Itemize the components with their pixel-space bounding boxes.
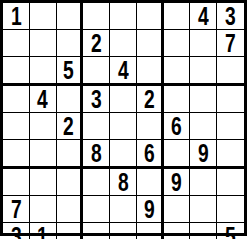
cell-r9c6[interactable] [137,223,164,239]
cell-r1c5[interactable] [110,3,137,30]
cell-r1c7[interactable] [164,3,191,30]
cell-r7c5[interactable]: 8 [110,169,137,196]
cell-r9c1[interactable]: 3 [3,223,30,239]
cell-r3c3[interactable]: 5 [57,57,84,86]
cell-r2c9[interactable]: 7 [217,30,244,57]
given-digit: 8 [91,140,102,166]
cell-r6c1[interactable] [3,140,30,169]
cell-r8c4[interactable] [83,196,110,223]
given-digit: 7 [11,196,22,222]
cell-r8c6[interactable]: 9 [137,196,164,223]
cell-r9c4[interactable] [83,223,110,239]
cell-r6c9[interactable] [217,140,244,169]
cell-r1c8[interactable]: 4 [190,3,217,30]
given-digit: 3 [11,223,22,239]
given-digit: 3 [91,86,102,112]
given-digit: 4 [37,86,48,112]
cell-r8c3[interactable] [57,196,84,223]
given-digit: 2 [63,113,74,139]
cell-r9c5[interactable] [110,223,137,239]
cell-r1c1[interactable]: 1 [3,3,30,30]
cell-r4c4[interactable]: 3 [83,86,110,113]
cell-r6c7[interactable] [164,140,191,169]
cell-r6c4[interactable]: 8 [83,140,110,169]
cell-r8c5[interactable] [110,196,137,223]
cell-r3c9[interactable] [217,57,244,86]
cell-r7c1[interactable] [3,169,30,196]
cell-r1c4[interactable] [83,3,110,30]
cell-r1c2[interactable] [30,3,57,30]
cell-r8c7[interactable] [164,196,191,223]
cell-r4c9[interactable] [217,86,244,113]
given-digit: 6 [143,140,154,166]
cell-r7c2[interactable] [30,169,57,196]
cell-r2c5[interactable] [110,30,137,57]
cell-r2c2[interactable] [30,30,57,57]
cell-r3c2[interactable] [30,57,57,86]
cell-r4c8[interactable] [190,86,217,113]
cell-r5c4[interactable] [83,113,110,140]
cell-r6c3[interactable] [57,140,84,169]
given-digit: 5 [63,57,74,83]
given-digit: 4 [118,57,129,83]
cell-r2c4[interactable]: 2 [83,30,110,57]
cell-r2c6[interactable] [137,30,164,57]
cell-r8c1[interactable]: 7 [3,196,30,223]
given-digit: 6 [171,113,182,139]
given-digit: 1 [11,3,22,29]
cell-r5c2[interactable] [30,113,57,140]
cell-r6c2[interactable] [30,140,57,169]
cell-r4c6[interactable]: 2 [137,86,164,113]
cell-r3c4[interactable] [83,57,110,86]
cell-r7c6[interactable] [137,169,164,196]
cell-r5c6[interactable] [137,113,164,140]
cell-r1c9[interactable]: 3 [217,3,244,30]
cell-r9c9[interactable]: 5 [217,223,244,239]
cell-r8c2[interactable] [30,196,57,223]
given-digit: 2 [143,86,154,112]
given-digit: 5 [225,223,236,239]
cell-r5c1[interactable] [3,113,30,140]
cell-r9c2[interactable]: 1 [30,223,57,239]
given-digit: 4 [198,3,209,29]
cell-r3c8[interactable] [190,57,217,86]
cell-r9c8[interactable] [190,223,217,239]
cell-r7c8[interactable] [190,169,217,196]
cell-r4c2[interactable]: 4 [30,86,57,113]
given-digit: 9 [198,140,209,166]
cell-r3c6[interactable] [137,57,164,86]
cell-r1c3[interactable] [57,3,84,30]
cell-r7c4[interactable] [83,169,110,196]
cell-r7c3[interactable] [57,169,84,196]
cell-r3c1[interactable] [3,57,30,86]
cell-r1c6[interactable] [137,3,164,30]
cell-r3c7[interactable] [164,57,191,86]
cell-r2c3[interactable] [57,30,84,57]
given-digit: 8 [118,169,129,195]
given-digit: 9 [171,169,182,195]
cell-r4c7[interactable] [164,86,191,113]
given-digit: 7 [225,30,236,56]
cell-r8c9[interactable] [217,196,244,223]
cell-r2c1[interactable] [3,30,30,57]
given-digit: 1 [37,223,48,239]
cell-r5c7[interactable]: 6 [164,113,191,140]
cell-r7c7[interactable]: 9 [164,169,191,196]
cell-r9c3[interactable] [57,223,84,239]
cell-r2c8[interactable] [190,30,217,57]
cell-r6c5[interactable] [110,140,137,169]
cell-r5c5[interactable] [110,113,137,140]
cell-r6c8[interactable]: 9 [190,140,217,169]
cell-r8c8[interactable] [190,196,217,223]
cell-r5c9[interactable] [217,113,244,140]
given-digit: 2 [91,30,102,56]
given-digit: 9 [143,196,154,222]
cell-r4c1[interactable] [3,86,30,113]
cell-r2c7[interactable] [164,30,191,57]
cell-r6c6[interactable]: 6 [137,140,164,169]
cell-r9c7[interactable] [164,223,191,239]
cell-r3c5[interactable]: 4 [110,57,137,86]
cell-r5c8[interactable] [190,113,217,140]
sudoku-board: 1432754432268698979315 [0,0,247,236]
cell-r4c3[interactable] [57,86,84,113]
cell-r4c5[interactable] [110,86,137,113]
given-digit: 3 [225,3,236,29]
cell-r7c9[interactable] [217,169,244,196]
cell-r5c3[interactable]: 2 [57,113,84,140]
